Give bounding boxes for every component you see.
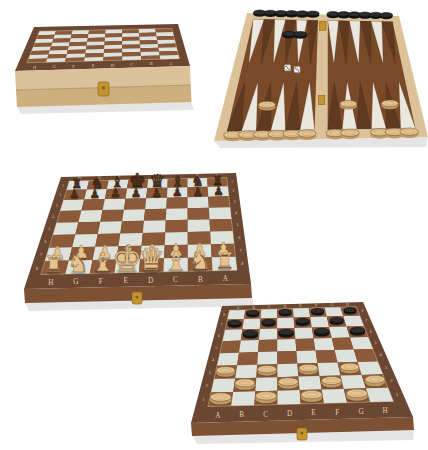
checkers-square <box>227 310 245 320</box>
checkers-square <box>277 318 294 329</box>
box-top-square <box>87 38 105 42</box>
chess-piece-dark-pawn: ♟ <box>213 184 224 198</box>
backgammon-checker-wood <box>400 128 418 135</box>
checker-wood <box>216 367 235 374</box>
backgammon-checker-wood <box>298 130 316 137</box>
chess-square <box>120 221 144 234</box>
checkers-square <box>318 363 341 377</box>
checkers-square <box>329 326 350 338</box>
rank-label: 7 <box>365 319 367 323</box>
checkers-square <box>220 341 241 354</box>
checkers-square <box>322 389 347 403</box>
rank-label: 5 <box>375 340 377 345</box>
box-top-square <box>158 47 177 51</box>
rank-label: 6 <box>218 334 220 338</box>
rank-label: 2 <box>232 189 234 193</box>
rank-label: 6 <box>370 330 372 334</box>
box-top-square <box>122 41 140 45</box>
checker-wood <box>346 389 367 397</box>
file-label: H <box>382 407 387 415</box>
checker-wood <box>365 375 385 383</box>
file-label: A <box>223 275 229 283</box>
box-top-square <box>49 50 68 54</box>
checkers-square <box>335 350 358 363</box>
file-label-far: C <box>268 304 271 309</box>
box-top-square <box>36 35 54 39</box>
box-top-square <box>52 38 70 42</box>
box-top-square <box>103 53 122 57</box>
die-pip <box>296 69 297 70</box>
backgammon-checker-black <box>380 12 392 17</box>
box-top-square <box>85 53 104 57</box>
chess-square <box>166 208 188 220</box>
file-label: F <box>72 64 75 69</box>
box-top-square <box>68 46 87 50</box>
file-label: C <box>130 62 133 67</box>
box-top-square <box>67 50 86 54</box>
box-top-square <box>140 40 158 44</box>
rank-label: 5 <box>215 345 217 350</box>
checker-black <box>311 308 324 313</box>
file-label: H <box>48 279 53 287</box>
file-label: B <box>239 411 244 419</box>
checkers-square <box>296 351 317 364</box>
chess-piece-dark-pawn: ♟ <box>110 186 121 200</box>
box-top-square <box>156 32 174 36</box>
checkers-square <box>325 307 344 316</box>
die-pip <box>298 70 299 71</box>
rank-label: 2 <box>59 193 61 197</box>
checkers-square <box>237 352 258 365</box>
box-top-square <box>32 47 51 51</box>
die-pip <box>295 67 296 68</box>
checker-black <box>296 318 310 324</box>
box-top-square <box>158 44 177 48</box>
chess-square <box>209 207 232 219</box>
checkers-square <box>223 329 243 341</box>
chess-piece-light-bishop: ♝ <box>164 246 187 276</box>
checkers-square <box>257 352 277 365</box>
box-top-square <box>70 38 88 42</box>
checkers-square <box>211 378 235 392</box>
backgammon-checker-wood <box>381 100 398 107</box>
chess-piece-dark-pawn: ♟ <box>172 185 183 199</box>
chess-piece-dark-pawn: ♟ <box>90 187 101 201</box>
box-top-square <box>33 43 52 47</box>
file-label-far: B <box>252 305 255 310</box>
checker-wood <box>235 379 255 387</box>
chess-square <box>98 221 122 234</box>
box-top-square <box>30 51 50 55</box>
rank-label: 1 <box>231 180 233 184</box>
chess-piece-dark-pawn: ♟ <box>69 187 80 201</box>
rank-label: 3 <box>56 204 58 208</box>
box-top-square <box>105 33 122 37</box>
checker-black <box>279 309 292 314</box>
box-top-square <box>122 48 140 52</box>
file-label: G <box>73 278 78 286</box>
box-top-square <box>51 42 70 46</box>
rank-label: 8 <box>362 309 364 313</box>
file-label: C <box>263 411 268 419</box>
box-top-square <box>122 33 139 37</box>
box-top-square <box>140 44 158 48</box>
checkers-square <box>295 339 315 352</box>
checker-black <box>330 317 344 323</box>
rank-label: 7 <box>221 323 223 327</box>
file-label: D <box>148 277 153 285</box>
backgammon-checker-wood <box>340 100 357 107</box>
die-pip <box>286 66 287 67</box>
chess-piece-dark-pawn: ♟ <box>151 186 162 200</box>
die-pip <box>287 67 288 68</box>
checkers-square <box>235 365 257 379</box>
checker-wood <box>299 364 318 371</box>
rank-label: 4 <box>52 214 54 219</box>
box-top-square <box>86 45 104 49</box>
file-label: D <box>287 410 292 418</box>
checkers-square <box>293 308 310 317</box>
clasp-pin <box>135 295 138 298</box>
box-top-square <box>35 39 54 43</box>
file-label-far: D <box>283 304 286 309</box>
checker-black <box>344 308 357 313</box>
clasp-pin <box>102 86 106 90</box>
rank-label: 5 <box>236 222 238 227</box>
chess-square <box>57 211 82 223</box>
product-photo-collage: HGFEDCBA HGFEDCBAHGFEDCBA123456781234567… <box>0 0 428 450</box>
checkers-square <box>277 390 300 405</box>
checkers-square <box>310 317 329 328</box>
checkers-board-photo: ABCDEFGHABCDEFGH8765432187654321 <box>191 302 414 444</box>
checkers-square <box>298 376 321 390</box>
box-top-square <box>139 33 156 37</box>
file-label: F <box>335 409 339 417</box>
box-top-square <box>88 34 106 38</box>
backgammon-checker-black <box>294 31 307 36</box>
chess-square <box>188 219 211 232</box>
box-top-square <box>157 36 175 40</box>
file-label-far: G <box>330 302 333 307</box>
chess-square <box>165 220 187 233</box>
chess-square <box>143 220 166 233</box>
checker-black <box>314 328 329 334</box>
checker-wood <box>210 393 231 401</box>
checkers-square <box>277 339 296 352</box>
file-label: F <box>99 278 103 286</box>
file-label: B <box>198 276 203 284</box>
rank-label: 1 <box>62 184 64 188</box>
chess-square <box>210 219 233 232</box>
file-label: A <box>215 412 221 420</box>
checkers-square <box>231 391 255 406</box>
chess-piece-dark-pawn: ♟ <box>193 185 204 199</box>
box-top-square <box>122 44 140 48</box>
backgammon-checker-wood <box>341 129 359 136</box>
box-top-square <box>29 55 49 59</box>
rank-label: 8 <box>223 313 225 317</box>
box-top-square <box>54 34 72 38</box>
box-top-square <box>122 37 140 41</box>
checker-wood <box>278 378 298 386</box>
die-pip <box>288 69 289 70</box>
checkers-square <box>255 377 277 391</box>
backgammon-checker-black <box>307 11 319 16</box>
checker-wood <box>256 392 277 400</box>
box-top-square <box>38 31 56 35</box>
box-top-square <box>139 36 157 40</box>
chess-piece-dark-pawn: ♟ <box>131 186 142 200</box>
chess-piece-light-knight: ♞ <box>189 246 211 275</box>
checkers-square <box>277 351 297 364</box>
game-set-scene: HGFEDCBA HGFEDCBAHGFEDCBA123456781234567… <box>0 0 428 450</box>
chess-square <box>78 210 102 222</box>
rank-label: 4 <box>235 210 237 215</box>
checker-wood <box>301 390 322 398</box>
file-label: B <box>150 61 153 66</box>
checker-wood <box>322 377 342 385</box>
box-top-square <box>105 37 123 41</box>
chess-piece-light-knight: ♞ <box>67 249 89 278</box>
chess-piece-light-rook: ♜ <box>44 251 64 277</box>
checker-black <box>262 319 276 325</box>
checkers-square <box>316 350 338 363</box>
chess-piece-light-rook: ♜ <box>214 248 234 274</box>
checkers-square <box>341 375 366 389</box>
box-top-square <box>122 52 141 56</box>
box-top-square <box>72 30 90 34</box>
chess-square <box>122 209 145 221</box>
box-top-square <box>104 41 122 45</box>
checker-wood <box>258 365 277 372</box>
backgammon-checker-wood <box>259 101 276 108</box>
box-top-square <box>157 40 175 44</box>
checkers-square <box>239 340 259 353</box>
box-top-square <box>69 42 87 46</box>
checker-black <box>228 320 242 326</box>
box-top-square <box>85 49 104 53</box>
checkers-square <box>261 309 278 319</box>
rank-label: 3 <box>234 200 236 204</box>
file-label: G <box>359 408 364 416</box>
checkers-square <box>242 319 260 330</box>
file-label: E <box>92 63 95 68</box>
chess-board-photo: HGFEDCBAHGFEDCBA1234567812345678♜♞♝♚♛♝♞♜… <box>24 169 254 311</box>
box-top-square <box>140 48 159 52</box>
checker-black <box>350 327 365 333</box>
file-label-far: H <box>346 302 349 307</box>
box-top-square <box>47 54 67 58</box>
box-top-square <box>50 46 69 50</box>
checker-black <box>246 310 259 315</box>
box-top-square <box>104 45 122 49</box>
rank-label: 5 <box>48 226 50 231</box>
brass-hinge <box>318 96 324 105</box>
box-top-square <box>159 51 178 55</box>
chess-square <box>188 208 210 220</box>
checkers-square <box>314 338 335 350</box>
clasp-pin <box>300 431 303 434</box>
file-label: C <box>173 276 178 284</box>
file-label: E <box>311 409 316 417</box>
checkers-square <box>277 364 298 378</box>
chess-square <box>144 209 166 221</box>
box-top-square <box>66 54 85 58</box>
chess-square <box>53 222 79 235</box>
box-top-square <box>141 52 160 56</box>
chess-square <box>75 222 100 235</box>
checkers-square <box>217 353 239 366</box>
checkers-square <box>295 327 314 339</box>
checker-black <box>279 329 294 335</box>
box-top-square <box>104 49 122 53</box>
backgammon-board-photo <box>214 10 428 148</box>
closed-box-photo: HGFEDCBA <box>15 24 194 114</box>
checker-wood <box>340 363 359 370</box>
checkers-square <box>258 340 277 353</box>
checkers-square <box>259 328 277 340</box>
checker-black <box>243 330 258 336</box>
chess-piece-light-queen: ♛ <box>137 241 165 277</box>
box-top-square <box>87 41 105 45</box>
checkers-square <box>332 338 354 350</box>
chess-square <box>100 210 124 222</box>
file-label-far: A <box>236 305 239 310</box>
box-top-square <box>71 34 89 38</box>
brass-hinge <box>320 21 326 30</box>
